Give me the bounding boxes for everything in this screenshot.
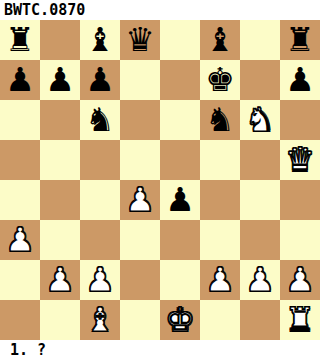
piece-black-knight: ♞: [205, 100, 235, 140]
square-f2[interactable]: ♟: [200, 260, 240, 300]
square-e6[interactable]: [160, 100, 200, 140]
square-h7[interactable]: ♟: [280, 60, 320, 100]
square-g2[interactable]: ♟: [240, 260, 280, 300]
square-a3[interactable]: ♟: [0, 220, 40, 260]
square-h3[interactable]: [280, 220, 320, 260]
piece-black-rook: ♜: [5, 20, 35, 60]
square-h4[interactable]: [280, 180, 320, 220]
square-d3[interactable]: [120, 220, 160, 260]
square-e8[interactable]: [160, 20, 200, 60]
square-f8[interactable]: ♝: [200, 20, 240, 60]
piece-white-pawn: ♟: [245, 260, 275, 300]
square-c7[interactable]: ♟: [80, 60, 120, 100]
move-prompt: 1. ?: [0, 340, 320, 360]
square-f7[interactable]: ♚: [200, 60, 240, 100]
square-d6[interactable]: [120, 100, 160, 140]
piece-black-rook: ♜: [285, 20, 315, 60]
square-g4[interactable]: [240, 180, 280, 220]
square-b3[interactable]: [40, 220, 80, 260]
square-e5[interactable]: [160, 140, 200, 180]
square-f6[interactable]: ♞: [200, 100, 240, 140]
square-f4[interactable]: [200, 180, 240, 220]
square-a8[interactable]: ♜: [0, 20, 40, 60]
square-a7[interactable]: ♟: [0, 60, 40, 100]
square-g5[interactable]: [240, 140, 280, 180]
square-c1[interactable]: ♝: [80, 300, 120, 340]
square-b2[interactable]: ♟: [40, 260, 80, 300]
chess-board: ♜♝♛♝♜♟♟♟♚♟♞♞♞♛♟♟♟♟♟♟♟♟♝♚♜: [0, 20, 320, 340]
square-f5[interactable]: [200, 140, 240, 180]
square-a4[interactable]: [0, 180, 40, 220]
square-g1[interactable]: [240, 300, 280, 340]
square-c3[interactable]: [80, 220, 120, 260]
piece-black-king: ♚: [205, 60, 235, 100]
square-d8[interactable]: ♛: [120, 20, 160, 60]
piece-white-bishop: ♝: [85, 300, 115, 340]
piece-white-pawn: ♟: [205, 260, 235, 300]
square-c8[interactable]: ♝: [80, 20, 120, 60]
piece-black-pawn: ♟: [165, 180, 195, 220]
square-g7[interactable]: [240, 60, 280, 100]
square-e7[interactable]: [160, 60, 200, 100]
square-d7[interactable]: [120, 60, 160, 100]
piece-white-pawn: ♟: [285, 260, 315, 300]
square-h8[interactable]: ♜: [280, 20, 320, 60]
square-h1[interactable]: ♜: [280, 300, 320, 340]
square-b4[interactable]: [40, 180, 80, 220]
chess-puzzle-window: BWTC.0870 ♜♝♛♝♜♟♟♟♚♟♞♞♞♛♟♟♟♟♟♟♟♟♝♚♜ 1. ?: [0, 0, 320, 360]
piece-black-bishop: ♝: [205, 20, 235, 60]
square-a2[interactable]: [0, 260, 40, 300]
square-g6[interactable]: ♞: [240, 100, 280, 140]
piece-white-knight: ♞: [245, 100, 275, 140]
square-c5[interactable]: [80, 140, 120, 180]
piece-white-pawn: ♟: [5, 220, 35, 260]
piece-black-pawn: ♟: [45, 60, 75, 100]
square-a6[interactable]: [0, 100, 40, 140]
square-f3[interactable]: [200, 220, 240, 260]
square-g3[interactable]: [240, 220, 280, 260]
square-d5[interactable]: [120, 140, 160, 180]
square-e2[interactable]: [160, 260, 200, 300]
square-e1[interactable]: ♚: [160, 300, 200, 340]
square-d1[interactable]: [120, 300, 160, 340]
square-a1[interactable]: [0, 300, 40, 340]
square-e3[interactable]: [160, 220, 200, 260]
piece-white-rook: ♜: [285, 300, 315, 340]
square-h6[interactable]: [280, 100, 320, 140]
square-h5[interactable]: ♛: [280, 140, 320, 180]
square-b6[interactable]: [40, 100, 80, 140]
square-d2[interactable]: [120, 260, 160, 300]
square-b5[interactable]: [40, 140, 80, 180]
square-f1[interactable]: [200, 300, 240, 340]
piece-black-queen: ♛: [125, 20, 155, 60]
square-g8[interactable]: [240, 20, 280, 60]
piece-black-knight: ♞: [85, 100, 115, 140]
piece-black-pawn: ♟: [5, 60, 35, 100]
piece-white-pawn: ♟: [45, 260, 75, 300]
puzzle-id-title: BWTC.0870: [0, 0, 320, 20]
piece-black-pawn: ♟: [85, 60, 115, 100]
square-a5[interactable]: [0, 140, 40, 180]
piece-white-pawn: ♟: [85, 260, 115, 300]
square-b7[interactable]: ♟: [40, 60, 80, 100]
piece-white-queen: ♛: [285, 140, 315, 180]
piece-black-bishop: ♝: [85, 20, 115, 60]
square-c2[interactable]: ♟: [80, 260, 120, 300]
square-h2[interactable]: ♟: [280, 260, 320, 300]
piece-white-pawn: ♟: [125, 180, 155, 220]
square-b1[interactable]: [40, 300, 80, 340]
square-b8[interactable]: [40, 20, 80, 60]
square-e4[interactable]: ♟: [160, 180, 200, 220]
square-c4[interactable]: [80, 180, 120, 220]
piece-white-king: ♚: [165, 300, 195, 340]
square-c6[interactable]: ♞: [80, 100, 120, 140]
piece-black-pawn: ♟: [285, 60, 315, 100]
square-d4[interactable]: ♟: [120, 180, 160, 220]
